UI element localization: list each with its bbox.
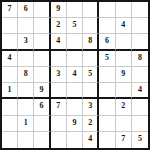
cell-r1c5[interactable] [67,2,83,18]
cell-r2c1[interactable] [2,18,18,34]
cell-r9c3[interactable] [34,132,50,148]
cell-r7c7[interactable] [99,99,115,115]
cell-r3c5[interactable] [67,34,83,50]
cell-r7c9[interactable] [132,99,148,115]
cell-r8c4[interactable] [51,116,67,132]
cell-r4c4[interactable] [51,51,67,67]
cell-r5c2: 8 [18,67,34,83]
cell-r8c3[interactable] [34,116,50,132]
cell-r2c8: 4 [116,18,132,34]
cell-r9c1[interactable] [2,132,18,148]
cell-r9c7[interactable] [99,132,115,148]
cell-r6c4[interactable] [51,83,67,99]
cell-r2c9[interactable] [132,18,148,34]
cell-r5c5: 4 [67,67,83,83]
cell-r8c7[interactable] [99,116,115,132]
sudoku-board: 7692543486458834591946732192475 [0,0,150,150]
cell-r1c6[interactable] [83,2,99,18]
cell-r8c1[interactable] [2,116,18,132]
cell-r7c5[interactable] [67,99,83,115]
cell-r4c2[interactable] [18,51,34,67]
cell-r1c2: 6 [18,2,34,18]
cell-r2c4: 2 [51,18,67,34]
cell-r3c9[interactable] [132,34,148,50]
cell-r6c3: 9 [34,83,50,99]
cell-r1c8[interactable] [116,2,132,18]
cell-r6c8[interactable] [116,83,132,99]
cell-r1c1: 7 [2,2,18,18]
cell-r8c8[interactable] [116,116,132,132]
cell-r5c6: 5 [83,67,99,83]
cell-r5c3[interactable] [34,67,50,83]
cell-r9c2[interactable] [18,132,34,148]
cell-r1c7[interactable] [99,2,115,18]
cell-r7c3: 6 [34,99,50,115]
cell-r6c1: 1 [2,83,18,99]
cell-r3c2: 3 [18,34,34,50]
cell-r9c8: 7 [116,132,132,148]
cell-r4c3[interactable] [34,51,50,67]
cell-r4c9: 8 [132,51,148,67]
cell-r9c6: 4 [83,132,99,148]
cell-r5c1[interactable] [2,67,18,83]
cell-r4c8[interactable] [116,51,132,67]
cell-r7c2[interactable] [18,99,34,115]
cell-r7c8: 2 [116,99,132,115]
cell-r7c4: 7 [51,99,67,115]
cell-r4c7: 5 [99,51,115,67]
cell-r6c7[interactable] [99,83,115,99]
cell-r7c6: 3 [83,99,99,115]
cell-r3c3[interactable] [34,34,50,50]
cell-r4c1: 4 [2,51,18,67]
cell-r5c4: 3 [51,67,67,83]
cell-r7c1[interactable] [2,99,18,115]
cell-r9c5[interactable] [67,132,83,148]
cell-r8c9[interactable] [132,116,148,132]
cell-r8c6: 2 [83,116,99,132]
cell-r8c5: 9 [67,116,83,132]
cell-r2c3[interactable] [34,18,50,34]
cell-r3c1[interactable] [2,34,18,50]
cell-r2c6[interactable] [83,18,99,34]
cell-r6c2[interactable] [18,83,34,99]
cell-r9c9: 5 [132,132,148,148]
cell-r1c4: 9 [51,2,67,18]
cell-r5c7[interactable] [99,67,115,83]
cell-r5c9[interactable] [132,67,148,83]
cell-r3c8[interactable] [116,34,132,50]
cell-r1c9[interactable] [132,2,148,18]
cell-r5c8: 9 [116,67,132,83]
cell-r6c5[interactable] [67,83,83,99]
cell-r2c5: 5 [67,18,83,34]
cell-r4c5[interactable] [67,51,83,67]
cell-r3c6: 8 [83,34,99,50]
cell-r1c3[interactable] [34,2,50,18]
cell-r2c7[interactable] [99,18,115,34]
cell-r6c6[interactable] [83,83,99,99]
cell-r8c2: 1 [18,116,34,132]
cell-r4c6[interactable] [83,51,99,67]
cell-r2c2[interactable] [18,18,34,34]
cell-r9c4[interactable] [51,132,67,148]
cell-r3c7: 6 [99,34,115,50]
cell-r3c4: 4 [51,34,67,50]
cell-r6c9: 4 [132,83,148,99]
